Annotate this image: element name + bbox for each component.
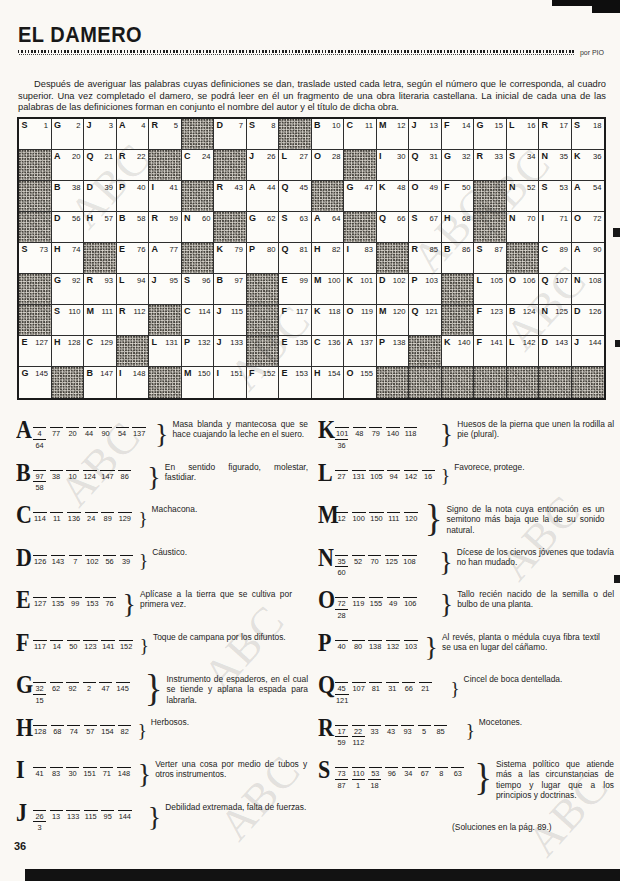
- grid-cell-number: 102: [393, 276, 406, 285]
- grid-cell-number: 155: [360, 369, 373, 378]
- grid-cell-number: 8: [271, 121, 275, 130]
- grid-cell: J144: [572, 336, 605, 367]
- grid-cell-shaded: [247, 274, 280, 305]
- grid-cell-number: 117: [296, 307, 308, 316]
- answer-slot: 151: [83, 767, 97, 779]
- grid-cell-letter: K: [379, 182, 386, 192]
- answer-slot: 92: [66, 682, 79, 694]
- grid-cell-number: 92: [72, 276, 80, 285]
- grid-cell-number: 152: [263, 369, 276, 378]
- grid-cell-shaded: [182, 181, 215, 212]
- answer-slot: 27: [335, 470, 348, 482]
- grid-cell-number: 79: [235, 245, 243, 254]
- answer-slot: 71: [100, 767, 113, 779]
- definition-row-N: N35527012510860}Dícese de los ciervos jó…: [318, 544, 614, 580]
- grid-cell: C89: [539, 243, 572, 274]
- page-title: EL DAMERO: [18, 22, 142, 48]
- grid-cell-number: 143: [555, 338, 568, 347]
- grid-cell-letter: S: [509, 151, 515, 161]
- definition-letter: N: [318, 546, 335, 569]
- grid-cell-number: 80: [267, 245, 275, 254]
- answer-slot: 127: [33, 597, 47, 609]
- answer-slot: 123: [83, 640, 97, 652]
- grid-cell-letter: J: [217, 337, 222, 347]
- grid-cell: I71: [539, 212, 572, 243]
- grid-cell-letter: R: [87, 275, 94, 285]
- answer-slot: 77: [50, 427, 63, 439]
- answer-slot: 74: [67, 725, 80, 737]
- grid-cell-letter: E: [119, 244, 125, 254]
- damero-grid: S1G2J3A4R5D7S8B10C11M12J13F14G15L16R17S1…: [17, 117, 606, 400]
- answer-slot: 2: [83, 682, 96, 694]
- answer-slot: 13: [50, 810, 63, 822]
- grid-cell-number: 89: [560, 245, 568, 254]
- grid-cell-shaded: [442, 305, 475, 336]
- grid-cell: J26: [247, 150, 280, 181]
- grid-cell-letter: C: [87, 337, 94, 347]
- grid-cell-letter: S: [574, 120, 580, 130]
- grid-cell-number: 72: [593, 214, 601, 223]
- grid-cell-letter: A: [347, 337, 354, 347]
- grid-cell-shaded: [507, 367, 540, 398]
- grid-cell-letter: M: [379, 120, 387, 130]
- grid-cell-letter: M: [87, 306, 95, 316]
- grid-cell-letter: J: [152, 275, 157, 285]
- definition-row-M: M12100150111120}Signo de la nota cuya en…: [318, 501, 614, 537]
- definition-letter: L: [318, 461, 335, 484]
- grid-cell-number: 62: [267, 214, 275, 223]
- grid-cell: A90: [572, 243, 605, 274]
- answer-slot: 155: [369, 597, 383, 609]
- next-page-edge: [25, 869, 620, 881]
- definition-row-Q: Q4510781316621121}Cincel de boca dentell…: [318, 671, 614, 707]
- grid-cell-letter: L: [282, 151, 288, 161]
- answer-slots: 9738101241478658: [33, 470, 144, 493]
- answer-slot: 90: [99, 427, 112, 439]
- grid-cell-letter: O: [347, 368, 354, 378]
- grid-cell-number: 15: [495, 121, 503, 130]
- grid-cell-letter: D: [87, 182, 94, 192]
- answer-slot: 101: [335, 427, 349, 439]
- grid-cell-shaded: [117, 336, 150, 367]
- grid-cell-letter: C: [184, 151, 191, 161]
- grid-cell-shaded: [182, 243, 215, 274]
- grid-cell: S110: [52, 305, 85, 336]
- answer-slot: 17: [335, 725, 348, 737]
- grid-cell-number: 147: [100, 369, 113, 378]
- grid-cell-letter: H: [444, 213, 451, 223]
- answer-slot: 11: [50, 512, 63, 524]
- definition-row-A: A4772044905413764}Masa blanda y mantecos…: [16, 416, 308, 452]
- definition-row-P: P4080138132103}Al revés, planta o médula…: [318, 629, 614, 665]
- grid-cell-letter: D: [217, 120, 224, 130]
- definition-row-L: L271311059414216}Favorece, protege.: [318, 459, 614, 495]
- grid-cell-shaded: [344, 212, 377, 243]
- answer-slot: 141: [101, 640, 115, 652]
- grid-cell: R59: [149, 212, 182, 243]
- grid-cell-shaded: [377, 367, 410, 398]
- answer-slot: 118: [404, 427, 418, 439]
- answer-slot: 60: [335, 566, 348, 578]
- grid-cell: F141: [474, 336, 507, 367]
- grid-cell-letter: B: [54, 182, 61, 192]
- grid-cell-number: 41: [170, 183, 178, 192]
- answer-slot: 144: [118, 810, 132, 822]
- grid-cell-shaded: [474, 367, 507, 398]
- grid-cell: M120: [377, 305, 410, 336]
- grid-cell: Q121: [409, 305, 442, 336]
- grid-cell-letter: Q: [542, 275, 549, 285]
- grid-cell-letter: Q: [87, 151, 94, 161]
- grid-cell: E153: [279, 367, 312, 398]
- answer-slot: 49: [387, 597, 400, 609]
- answer-slot: 7: [69, 555, 82, 567]
- grid-cell-number: 144: [589, 338, 602, 347]
- answer-slot: 87: [335, 779, 348, 791]
- grid-cell-letter: B: [119, 213, 126, 223]
- grid-cell: M150: [182, 367, 215, 398]
- grid-cell-shaded: [409, 336, 442, 367]
- answer-slots: 32629224714515: [33, 682, 142, 705]
- answer-slot: 24: [85, 512, 98, 524]
- grid-cell-number: 106: [523, 276, 536, 285]
- grid-cell: Q21: [84, 150, 117, 181]
- grid-cell-number: 153: [295, 369, 308, 378]
- grid-cell-number: 123: [490, 307, 503, 316]
- grid-cell-letter: B: [87, 368, 94, 378]
- grid-cell-letter: S: [542, 182, 548, 192]
- answer-slots: 721191554910628: [335, 597, 437, 620]
- grid-cell-number: 154: [328, 369, 341, 378]
- answer-slot: 63: [451, 767, 464, 779]
- grid-cell-shaded: [572, 367, 605, 398]
- answer-slot: 99: [69, 597, 82, 609]
- grid-cell-number: 145: [35, 369, 48, 378]
- grid-cell: S34: [507, 150, 540, 181]
- grid-cell: S18: [572, 119, 605, 150]
- answer-slot: 56: [103, 555, 116, 567]
- grid-cell: A64: [312, 212, 345, 243]
- grid-cell-letter: A: [574, 182, 581, 192]
- answer-slot: 16: [422, 470, 435, 482]
- grid-cell-letter: A: [54, 151, 61, 161]
- definition-brace: }: [123, 592, 136, 616]
- grid-cell-letter: K: [217, 244, 224, 254]
- definition-letter: E: [16, 588, 33, 611]
- grid-cell-number: 5: [174, 121, 178, 130]
- grid-cell-shaded: [19, 274, 52, 305]
- grid-cell-number: 118: [328, 307, 340, 316]
- grid-cell-letter: N: [574, 275, 581, 285]
- grid-cell-letter: M: [314, 275, 322, 285]
- grid-cell: O72: [572, 212, 605, 243]
- answer-slot: 119: [352, 597, 366, 609]
- answer-slot: 73: [335, 767, 348, 779]
- answer-slots: 4080138132103: [335, 640, 422, 652]
- grid-cell-letter: A: [314, 213, 321, 223]
- answer-slot: 152: [119, 640, 133, 652]
- grid-cell-number: 110: [68, 307, 80, 316]
- definition-text: Debilidad extremada, falta de fuerzas.: [165, 802, 308, 812]
- grid-cell-letter: O: [347, 306, 354, 316]
- grid-cell: C11: [344, 119, 377, 150]
- grid-cell-number: 40: [137, 183, 145, 192]
- grid-cell-number: 48: [397, 183, 405, 192]
- answer-slot: 20: [66, 427, 79, 439]
- grid-cell-letter: G: [249, 213, 256, 223]
- answer-slot: 67: [418, 767, 431, 779]
- answer-slot: 15: [33, 694, 46, 706]
- answer-slot: 117: [33, 640, 47, 652]
- grid-cell-letter: M: [379, 306, 387, 316]
- grid-cell-letter: A: [119, 120, 126, 130]
- answer-slot: 32: [33, 682, 46, 694]
- answer-slot: 53: [369, 767, 382, 779]
- answer-slot: 114: [33, 512, 47, 524]
- grid-cell: K118: [312, 305, 345, 336]
- grid-cell-number: 140: [458, 338, 471, 347]
- grid-cell: C24: [182, 150, 215, 181]
- grid-cell: D126: [572, 305, 605, 336]
- grid-cell: E99: [279, 274, 312, 305]
- answer-slots: 12868745715482: [33, 725, 135, 737]
- grid-cell-number: 141: [490, 338, 503, 347]
- grid-cell-letter: G: [54, 275, 61, 285]
- answer-slots: 172233439358559112: [335, 725, 463, 748]
- grid-cell-number: 74: [72, 245, 80, 254]
- grid-cell-number: 59: [170, 214, 178, 223]
- page-corner-mark-wedge: [592, 0, 620, 13]
- grid-cell-shaded: [19, 212, 52, 243]
- grid-cell: O155: [344, 367, 377, 398]
- grid-cell: O106: [507, 274, 540, 305]
- grid-cell-letter: O: [314, 151, 321, 161]
- definition-brace: }: [138, 511, 147, 527]
- definition-letter: B: [16, 461, 33, 484]
- answer-slots: 114111362489129: [33, 512, 135, 524]
- answer-slot: 102: [85, 555, 99, 567]
- grid-cell-shaded: [214, 212, 247, 243]
- grid-cell-letter: N: [184, 213, 191, 223]
- grid-cell-letter: S: [22, 244, 28, 254]
- definition-text: Signo de la nota cuya entonación es un s…: [447, 504, 605, 535]
- grid-cell: S63: [279, 212, 312, 243]
- grid-cell-number: 81: [300, 245, 308, 254]
- answer-slot: 5: [418, 725, 431, 737]
- grid-cell: S87: [474, 243, 507, 274]
- grid-cell-number: 114: [198, 307, 210, 316]
- grid-cell-letter: G: [347, 182, 354, 192]
- grid-cell: C114: [182, 305, 215, 336]
- grid-cell: F117: [279, 305, 312, 336]
- answer-slot: 57: [84, 725, 97, 737]
- grid-cell: R5: [149, 119, 182, 150]
- answer-slot: 86: [118, 470, 131, 482]
- definition-letter: H: [16, 716, 33, 739]
- grid-cell: K48: [377, 181, 410, 212]
- answer-slot: 124: [83, 470, 97, 482]
- definition-letter: J: [16, 801, 33, 824]
- answer-slot: 76: [103, 597, 116, 609]
- answer-slot: 1: [352, 779, 365, 791]
- answer-slot: 106: [403, 597, 417, 609]
- answer-slot: 26: [33, 810, 46, 822]
- definition-brace: }: [147, 465, 160, 489]
- grid-cell: L142: [507, 336, 540, 367]
- grid-cell: H74: [52, 243, 85, 274]
- grid-cell-letter: D: [542, 337, 549, 347]
- grid-cell: K101: [344, 274, 377, 305]
- grid-cell-letter: D: [379, 275, 386, 285]
- grid-cell: O119: [344, 305, 377, 336]
- grid-cell-shaded: [149, 367, 182, 398]
- grid-cell: H68: [442, 212, 475, 243]
- answer-slot: 145: [116, 682, 130, 694]
- grid-cell: G47: [344, 181, 377, 212]
- definition-brace: }: [440, 592, 453, 616]
- answer-slot: 121: [335, 694, 349, 706]
- answer-slot: 81: [369, 682, 382, 694]
- grid-cell: Q66: [377, 212, 410, 243]
- answer-slots: 1171450123141152: [33, 640, 137, 652]
- definition-brace: }: [139, 553, 148, 569]
- answer-slot: 133: [66, 810, 80, 822]
- grid-cell: R17: [539, 119, 572, 150]
- grid-cell: D7: [214, 119, 247, 150]
- definition-brace: }: [155, 422, 168, 446]
- answer-slot: 50: [67, 640, 80, 652]
- grid-cell-number: 50: [462, 183, 470, 192]
- grid-cell-letter: H: [314, 244, 321, 254]
- definition-row-O: O721191554910628}Tallo recién nacido de …: [318, 586, 614, 622]
- grid-cell-number: 103: [425, 276, 438, 285]
- grid-cell: S8: [247, 119, 280, 150]
- definition-text: En sentido figurado, molestar, fastidiar…: [165, 462, 308, 483]
- grid-cell: K79: [214, 243, 247, 274]
- definition-brace: }: [425, 635, 438, 659]
- definition-row-D: D12614371025639}Cáustico.: [16, 544, 308, 580]
- grid-cell-letter: I: [347, 244, 350, 254]
- grid-cell-letter: G: [444, 151, 451, 161]
- answer-slot: 115: [84, 810, 98, 822]
- answer-slot: 10: [66, 470, 79, 482]
- definition-text: Al revés, planta o médula cuya fibra tex…: [442, 632, 600, 653]
- definition-text: Sistema político que atiende más a las c…: [496, 759, 614, 800]
- grid-cell: S67: [409, 212, 442, 243]
- grid-cell: D143: [539, 336, 572, 367]
- grid-cell-letter: H: [54, 337, 61, 347]
- grid-cell: I41: [149, 181, 182, 212]
- answer-slot: 44: [83, 427, 96, 439]
- answer-slot: 85: [434, 725, 447, 737]
- grid-cell: R112: [117, 305, 150, 336]
- grid-cell-letter: N: [542, 151, 549, 161]
- grid-cell: H128: [52, 336, 85, 367]
- grid-cell-letter: G: [22, 368, 29, 378]
- grid-cell-shaded: [247, 305, 280, 336]
- definition-text: Tallo recién nacido de la semilla o del …: [457, 589, 614, 610]
- grid-cell-number: 127: [35, 338, 48, 347]
- answer-slots: 12100150111120: [335, 512, 422, 524]
- grid-cell-letter: B: [509, 306, 516, 316]
- grid-cell-letter: P: [249, 244, 255, 254]
- answer-slot: 150: [369, 512, 383, 524]
- grid-cell-letter: R: [477, 151, 484, 161]
- grid-cell-letter: O: [574, 213, 581, 223]
- grid-cell: L16: [507, 119, 540, 150]
- grid-cell: A44: [247, 181, 280, 212]
- grid-cell-number: 150: [198, 369, 211, 378]
- grid-cell: B86: [442, 243, 475, 274]
- grid-cell-number: 85: [430, 245, 438, 254]
- grid-cell-letter: N: [542, 306, 549, 316]
- grid-cell-number: 12: [397, 121, 405, 130]
- grid-cell-number: 44: [267, 183, 275, 192]
- grid-cell-number: 100: [328, 276, 341, 285]
- grid-cell-number: 83: [365, 245, 373, 254]
- definition-brace: }: [440, 422, 453, 446]
- grid-cell-number: 131: [165, 338, 178, 347]
- grid-cell-letter: S: [184, 275, 190, 285]
- grid-cell-letter: Q: [412, 306, 419, 316]
- answer-slot: 62: [50, 682, 63, 694]
- grid-cell-number: 52: [527, 183, 535, 192]
- definitions-right-column: K101487914011836}Huesos de la pierna que…: [318, 416, 614, 807]
- grid-cell: B38: [52, 181, 85, 212]
- grid-cell-number: 39: [105, 183, 113, 192]
- grid-cell-letter: E: [282, 368, 288, 378]
- grid-cell: H82: [312, 243, 345, 274]
- grid-cell: M111: [84, 305, 117, 336]
- grid-cell-number: 24: [202, 152, 210, 161]
- grid-cell-number: 95: [170, 276, 178, 285]
- definition-text: Masa blanda y mantecosa que se hace cuaj…: [172, 419, 308, 440]
- grid-cell-shaded: [84, 243, 117, 274]
- answer-slot: 105: [369, 470, 383, 482]
- answer-slots: 101487914011836: [335, 427, 437, 450]
- grid-cell: J95: [149, 274, 182, 305]
- grid-cell-shaded: [247, 336, 280, 367]
- grid-cell-letter: C: [347, 120, 354, 130]
- grid-cell-letter: I: [379, 151, 382, 161]
- grid-cell-number: 111: [101, 307, 113, 316]
- grid-cell: F152: [247, 367, 280, 398]
- definition-row-F: F1171450123141152}Toque de campana por l…: [16, 629, 308, 665]
- definition-brace: }: [138, 762, 151, 786]
- grid-cell: A54: [572, 181, 605, 212]
- grid-cell: D56: [52, 212, 85, 243]
- grid-cell: R22: [117, 150, 150, 181]
- grid-cell: B58: [117, 212, 150, 243]
- answer-slot: 35: [335, 555, 348, 567]
- grid-cell-letter: K: [574, 151, 581, 161]
- grid-cell-number: 64: [332, 214, 340, 223]
- answer-slot: 94: [387, 470, 400, 482]
- grid-cell: J3: [84, 119, 117, 150]
- grid-cell-number: 129: [100, 338, 113, 347]
- grid-cell-number: 126: [589, 307, 602, 316]
- grid-cell: G62: [247, 212, 280, 243]
- grid-cell: A20: [52, 150, 85, 181]
- grid-cell-number: 112: [133, 307, 145, 316]
- definition-letter: S: [318, 758, 335, 781]
- definition-brace: }: [148, 805, 161, 829]
- definition-letter: M: [318, 503, 335, 526]
- grid-cell: L105: [474, 274, 507, 305]
- answer-slot: 58: [33, 481, 46, 493]
- grid-cell-number: 30: [397, 152, 405, 161]
- answer-slot: 147: [100, 470, 114, 482]
